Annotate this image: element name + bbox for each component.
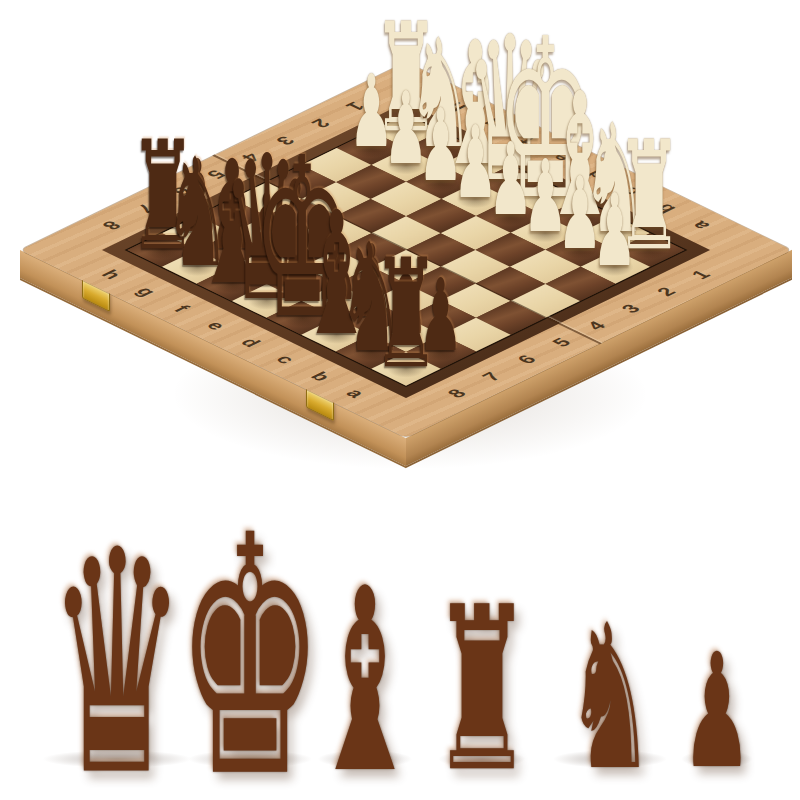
showcase-queen: ♛ — [48, 511, 186, 800]
showcase-pawn: ♟ — [682, 632, 753, 790]
showcase-rook: ♜ — [431, 577, 532, 800]
showcase-king: ♚ — [176, 493, 324, 800]
showcase-piece-row: ♛♚♝♜♞♟ — [0, 0, 800, 800]
showcase-knight: ♞ — [565, 598, 655, 798]
product-photo-scene: abcdefgh abcdefgh 87654321 87654321 ♜♞♝♚… — [0, 0, 800, 800]
showcase-bishop: ♝ — [308, 555, 421, 800]
